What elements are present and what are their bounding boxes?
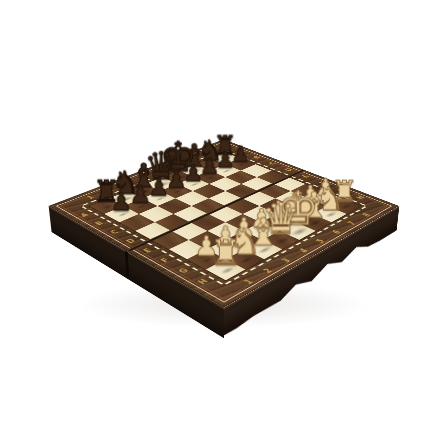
piece-black-pawn-b7[interactable]: ♟ — [130, 183, 152, 207]
piece-black-pawn-a7[interactable]: ♟ — [110, 190, 132, 215]
chess-board: 11AA22BB33CC44DD55EE66FF77GG88HH ♜♞♟♝♟♚♟… — [49, 139, 400, 307]
piece-white-rook-a1[interactable]: ♜ — [210, 236, 241, 271]
product-photo: 11AA22BB33CC44DD55EE66FF77GG88HH ♜♞♟♝♟♚♟… — [0, 0, 448, 448]
scene-stage: 11AA22BB33CC44DD55EE66FF77GG88HH ♜♞♟♝♟♚♟… — [0, 0, 448, 448]
